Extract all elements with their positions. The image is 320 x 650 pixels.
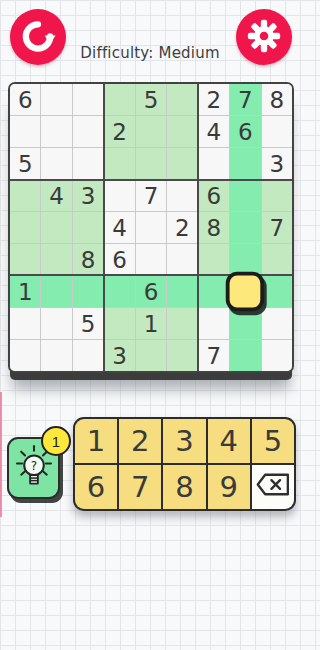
cell-r6c1[interactable] — [10, 244, 40, 275]
key-1[interactable]: 1 — [75, 419, 117, 463]
cell-r2c8[interactable]: 6 — [230, 116, 260, 147]
cell-r7c1[interactable]: 1 — [10, 276, 40, 307]
cell-r8c7[interactable] — [199, 308, 229, 339]
cell-r5c3[interactable] — [73, 212, 103, 243]
cell-r4c5[interactable]: 7 — [136, 180, 166, 211]
cell-r4c3[interactable]: 3 — [73, 180, 103, 211]
cell-r2c1[interactable] — [10, 116, 40, 147]
cell-r7c8[interactable] — [226, 272, 265, 312]
cell-r2c5[interactable] — [136, 116, 166, 147]
cell-r9c6[interactable] — [167, 340, 197, 371]
cell-r8c5[interactable]: 1 — [136, 308, 166, 339]
backspace-key[interactable] — [252, 465, 294, 509]
cell-r7c7[interactable] — [199, 276, 229, 307]
settings-button[interactable] — [236, 9, 292, 65]
cell-r9c1[interactable] — [10, 340, 40, 371]
cell-r3c2[interactable] — [41, 148, 71, 179]
cell-r4c9[interactable] — [262, 180, 292, 211]
cell-r6c5[interactable] — [136, 244, 166, 275]
cell-r2c6[interactable] — [167, 116, 197, 147]
cell-r9c9[interactable] — [262, 340, 292, 371]
cell-r1c6[interactable] — [167, 84, 197, 115]
cell-r3c8[interactable] — [230, 148, 260, 179]
key-7[interactable]: 7 — [119, 465, 161, 509]
gear-icon — [246, 18, 282, 57]
cell-r8c9[interactable] — [262, 308, 292, 339]
cell-r8c3[interactable]: 5 — [73, 308, 103, 339]
cell-r6c6[interactable] — [167, 244, 197, 275]
sudoku-board-grid: 65278246534376428786165137 — [10, 84, 292, 371]
cell-r4c2[interactable]: 4 — [41, 180, 71, 211]
cell-r5c4[interactable]: 4 — [104, 212, 134, 243]
cell-r1c1[interactable]: 6 — [10, 84, 40, 115]
cell-r5c2[interactable] — [41, 212, 71, 243]
cell-r3c3[interactable] — [73, 148, 103, 179]
cell-r7c9[interactable] — [262, 276, 292, 307]
cell-r4c6[interactable] — [167, 180, 197, 211]
key-4[interactable]: 4 — [208, 419, 250, 463]
cell-r4c8[interactable] — [230, 180, 260, 211]
cell-r5c8[interactable] — [230, 212, 260, 243]
key-3[interactable]: 3 — [163, 419, 205, 463]
cell-r2c2[interactable] — [41, 116, 71, 147]
cell-r3c6[interactable] — [167, 148, 197, 179]
cell-r5c9[interactable]: 7 — [262, 212, 292, 243]
key-5[interactable]: 5 — [252, 419, 294, 463]
cell-r3c4[interactable] — [104, 148, 134, 179]
cell-r8c6[interactable] — [167, 308, 197, 339]
cell-r7c5[interactable]: 6 — [136, 276, 166, 307]
cell-r9c5[interactable] — [136, 340, 166, 371]
cell-r3c9[interactable]: 3 — [262, 148, 292, 179]
cell-r9c3[interactable] — [73, 340, 103, 371]
cell-r1c9[interactable]: 8 — [262, 84, 292, 115]
hint-count-badge: 1 — [41, 426, 71, 456]
cell-r8c8[interactable] — [230, 308, 260, 339]
cell-r4c1[interactable] — [10, 180, 40, 211]
cell-r6c9[interactable] — [262, 244, 292, 275]
cell-r6c8[interactable] — [230, 244, 260, 275]
hint-button[interactable]: ? 1 — [7, 437, 60, 499]
cell-r6c3[interactable]: 8 — [73, 244, 103, 275]
cell-r1c3[interactable] — [73, 84, 103, 115]
cell-r1c5[interactable]: 5 — [136, 84, 166, 115]
cell-r5c6[interactable]: 2 — [167, 212, 197, 243]
cell-r5c5[interactable] — [136, 212, 166, 243]
cell-r7c6[interactable] — [167, 276, 197, 307]
svg-text:?: ? — [30, 458, 36, 472]
cell-r4c4[interactable] — [104, 180, 134, 211]
cell-r7c4[interactable] — [104, 276, 134, 307]
cell-r1c8[interactable]: 7 — [230, 84, 260, 115]
cell-r8c4[interactable] — [104, 308, 134, 339]
cell-r2c3[interactable] — [73, 116, 103, 147]
key-9[interactable]: 9 — [208, 465, 250, 509]
cell-r1c2[interactable] — [41, 84, 71, 115]
cell-r2c7[interactable]: 4 — [199, 116, 229, 147]
cell-r7c2[interactable] — [41, 276, 71, 307]
cell-r9c8[interactable] — [230, 340, 260, 371]
cell-r7c3[interactable] — [73, 276, 103, 307]
backspace-icon — [255, 470, 291, 504]
cell-r2c9[interactable] — [262, 116, 292, 147]
number-keypad: 123456789 — [73, 417, 296, 511]
cell-r9c2[interactable] — [41, 340, 71, 371]
key-2[interactable]: 2 — [119, 419, 161, 463]
cell-r9c7[interactable]: 7 — [199, 340, 229, 371]
cell-r6c7[interactable] — [199, 244, 229, 275]
cell-r5c7[interactable]: 8 — [199, 212, 229, 243]
cell-r4c7[interactable]: 6 — [199, 180, 229, 211]
cell-r9c4[interactable]: 3 — [104, 340, 134, 371]
sudoku-board: 65278246534376428786165137 — [8, 82, 294, 373]
cell-r3c7[interactable] — [199, 148, 229, 179]
cell-r8c2[interactable] — [41, 308, 71, 339]
cell-r8c1[interactable] — [10, 308, 40, 339]
cell-r6c4[interactable]: 6 — [104, 244, 134, 275]
cell-r5c1[interactable] — [10, 212, 40, 243]
left-edge-mark — [0, 392, 2, 517]
cell-r2c4[interactable]: 2 — [104, 116, 134, 147]
key-8[interactable]: 8 — [163, 465, 205, 509]
cell-r3c1[interactable]: 5 — [10, 148, 40, 179]
cell-r6c2[interactable] — [41, 244, 71, 275]
cell-r1c4[interactable] — [104, 84, 134, 115]
key-6[interactable]: 6 — [75, 465, 117, 509]
cell-r3c5[interactable] — [136, 148, 166, 179]
cell-r1c7[interactable]: 2 — [199, 84, 229, 115]
